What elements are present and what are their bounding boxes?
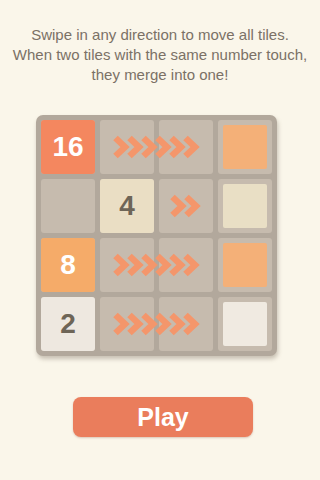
cell-r1c1: 16 bbox=[41, 120, 95, 174]
cell-r1c4 bbox=[218, 120, 272, 174]
cell-r3c2 bbox=[100, 238, 154, 292]
tile-2: 2 bbox=[41, 297, 95, 351]
cell-r2c1 bbox=[41, 179, 95, 233]
ghost-tile-r2c4 bbox=[223, 184, 267, 228]
cell-r2c2: 4 bbox=[100, 179, 154, 233]
cell-r2c3 bbox=[159, 179, 213, 233]
ghost-tile-r4c4 bbox=[223, 302, 267, 346]
ghost-tile-r3c4 bbox=[223, 243, 267, 287]
tile-16: 16 bbox=[41, 120, 95, 174]
board[interactable]: 16482 bbox=[36, 115, 277, 356]
cell-r4c3 bbox=[159, 297, 213, 351]
ghost-tile-r1c4 bbox=[223, 125, 267, 169]
cell-r3c4 bbox=[218, 238, 272, 292]
cell-r1c2 bbox=[100, 120, 154, 174]
cell-r2c4 bbox=[218, 179, 272, 233]
cell-r4c2 bbox=[100, 297, 154, 351]
cell-r3c3 bbox=[159, 238, 213, 292]
cell-r4c4 bbox=[218, 297, 272, 351]
cell-r3c1: 8 bbox=[41, 238, 95, 292]
instructions-text: Swipe in any direction to move all tiles… bbox=[0, 0, 320, 85]
play-button[interactable]: Play bbox=[73, 397, 253, 437]
cell-r1c3 bbox=[159, 120, 213, 174]
tutorial-screen: Swipe in any direction to move all tiles… bbox=[0, 0, 320, 480]
tile-4: 4 bbox=[100, 179, 154, 233]
tile-8: 8 bbox=[41, 238, 95, 292]
cell-r4c1: 2 bbox=[41, 297, 95, 351]
